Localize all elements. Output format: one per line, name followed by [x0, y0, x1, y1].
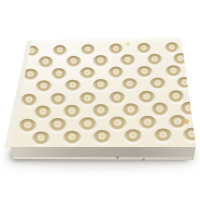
cup-hole-r4-c3 — [109, 91, 126, 104]
cup-hole-r7-c4 — [154, 128, 172, 143]
cup-hole-r5-c5 — [180, 102, 197, 116]
speck-4 — [59, 151, 62, 154]
cup-hole-r6-c1 — [49, 118, 67, 132]
cup-hole-r0-c1 — [53, 44, 68, 55]
speck-0 — [126, 42, 130, 46]
cup-hole-r1-c1 — [66, 56, 81, 68]
cup-hole-r0-c5 — [164, 42, 179, 53]
cup-hole-r7-c1 — [62, 130, 80, 145]
cup-hole-r2-c4 — [137, 66, 153, 78]
cup-hole-r0-c4 — [136, 42, 151, 53]
cup-hole-r6-c4 — [139, 116, 157, 130]
board-photo — [0, 0, 200, 200]
cup-hole-r6-c3 — [109, 116, 127, 130]
cup-hole-r4-c5 — [168, 89, 185, 102]
speck-1 — [184, 119, 189, 124]
cup-hole-r0-c2 — [80, 44, 95, 55]
cup-hole-r0-c3 — [108, 43, 123, 54]
cup-hole-r3-c5 — [177, 76, 193, 89]
cup-hole-r5-c2 — [92, 104, 109, 118]
cup-hole-r5-c3 — [122, 103, 139, 117]
cup-hole-r4-c0 — [21, 93, 38, 106]
tray-top-face — [0, 0, 200, 200]
cup-hole-r1-c5 — [173, 53, 188, 65]
cup-hole-r7-c3 — [123, 129, 141, 144]
cup-hole-r2-c2 — [80, 67, 96, 79]
speck-3 — [142, 158, 145, 161]
cup-hole-r1-c4 — [147, 54, 162, 66]
cup-hole-r5-c1 — [63, 105, 80, 119]
cup-hole-r1-c0 — [38, 56, 53, 68]
cup-hole-r5-c0 — [34, 105, 51, 119]
cup-grid — [0, 0, 200, 200]
cup-hole-r4-c1 — [50, 92, 67, 105]
cup-hole-r4-c2 — [79, 92, 96, 105]
cup-hole-r3-c3 — [121, 78, 137, 91]
cup-hole-r3-c2 — [93, 79, 109, 92]
cup-hole-r6-c2 — [79, 117, 97, 131]
cup-hole-r1-c2 — [93, 55, 108, 67]
cup-hole-r3-c4 — [150, 77, 166, 90]
speck-2 — [116, 156, 119, 159]
cup-hole-r2-c5 — [166, 65, 182, 77]
cup-hole-r2-c1 — [51, 68, 67, 80]
cup-hole-r7-c5 — [183, 127, 200, 142]
cup-hole-r1-c3 — [120, 54, 135, 66]
cup-hole-r3-c0 — [36, 80, 52, 93]
cup-hole-r4-c4 — [138, 90, 155, 103]
cup-hole-r7-c0 — [32, 131, 50, 146]
cup-hole-r5-c4 — [151, 103, 168, 117]
cup-hole-r7-c2 — [93, 129, 111, 144]
cup-hole-r3-c1 — [64, 79, 80, 92]
cup-hole-r6-c0 — [19, 119, 37, 133]
cup-hole-r2-c3 — [108, 66, 124, 78]
